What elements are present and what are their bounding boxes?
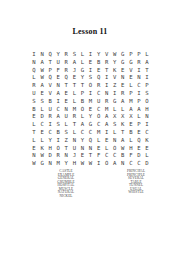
- grid-cell: K: [119, 121, 127, 129]
- grid-cell: E: [119, 67, 127, 75]
- grid-cell: L: [70, 98, 78, 106]
- word-list-right-column: PRINCIPALPRINCIPLESEVERALTABLETUNNELUSUA…: [116, 170, 156, 195]
- grid-cell: E: [143, 145, 151, 153]
- grid-cell: P: [135, 121, 143, 129]
- grid-cell: A: [78, 121, 86, 129]
- grid-cell: I: [143, 74, 151, 82]
- grid-cell: B: [78, 98, 86, 106]
- grid-cell: N: [70, 137, 78, 145]
- grid-cell: J: [70, 67, 78, 75]
- grid-cell: D: [135, 152, 143, 160]
- grid-cell: M: [86, 98, 94, 106]
- grid-cell: W: [38, 67, 46, 75]
- grid-cell: C: [95, 90, 103, 98]
- grid-cell: Y: [78, 74, 86, 82]
- grid-cell: L: [38, 106, 46, 114]
- grid-cell: E: [38, 129, 46, 137]
- grid-cell: T: [103, 67, 111, 75]
- grid-cell: S: [38, 98, 46, 106]
- grid-cell: E: [70, 74, 78, 82]
- grid-cell: O: [111, 145, 119, 153]
- grid-cell: D: [143, 160, 151, 168]
- grid-cell: A: [38, 59, 46, 67]
- grid-cell: M: [95, 129, 103, 137]
- grid-cell: T: [62, 82, 70, 90]
- grid-cell: U: [62, 113, 70, 121]
- grid-cell: A: [135, 106, 143, 114]
- grid-cell: C: [143, 129, 151, 137]
- word-list-item: NICKEL: [44, 195, 88, 199]
- grid-cell: E: [38, 90, 46, 98]
- grid-cell: R: [103, 59, 111, 67]
- grid-cell: I: [86, 51, 94, 59]
- grid-cell: Q: [95, 74, 103, 82]
- grid-cell: M: [103, 106, 111, 114]
- grid-cell: Y: [62, 160, 70, 168]
- grid-cell: P: [127, 90, 135, 98]
- grid-cell: W: [119, 145, 127, 153]
- grid-cell: L: [103, 145, 111, 153]
- grid-cell: U: [95, 98, 103, 106]
- grid-cell: G: [38, 160, 46, 168]
- grid-cell: R: [54, 152, 62, 160]
- grid-cell: E: [127, 74, 135, 82]
- grid-cell: V: [111, 74, 119, 82]
- grid-cell: F: [127, 152, 135, 160]
- grid-cell: I: [111, 90, 119, 98]
- grid-cell: I: [86, 67, 94, 75]
- grid-cell: E: [62, 90, 70, 98]
- grid-cell: C: [95, 106, 103, 114]
- grid-cell: H: [70, 160, 78, 168]
- grid-cell: H: [46, 145, 54, 153]
- grid-cell: B: [95, 59, 103, 67]
- grid-cell: L: [78, 51, 86, 59]
- grid-cell: C: [135, 82, 143, 90]
- grid-cell: L: [38, 137, 46, 145]
- grid-cell: A: [54, 90, 62, 98]
- grid-cell: N: [103, 90, 111, 98]
- grid-cell: A: [111, 160, 119, 168]
- grid-cell: O: [78, 106, 86, 114]
- grid-cell: Y: [86, 113, 94, 121]
- grid-cell: I: [46, 121, 54, 129]
- grid-cell: B: [127, 129, 135, 137]
- grid-cell: E: [135, 129, 143, 137]
- grid-cell: N: [30, 152, 38, 160]
- grid-cell: J: [70, 152, 78, 160]
- grid-cell: U: [54, 59, 62, 67]
- grid-cell: K: [111, 67, 119, 75]
- grid-cell: I: [54, 98, 62, 106]
- grid-cell: I: [135, 67, 143, 75]
- grid-cell: A: [143, 59, 151, 67]
- grid-cell: P: [46, 67, 54, 75]
- grid-cell: C: [103, 152, 111, 160]
- grid-cell: T: [78, 82, 86, 90]
- grid-cell: Z: [111, 82, 119, 90]
- grid-cell: V: [127, 67, 135, 75]
- grid-cell: T: [86, 152, 94, 160]
- grid-cell: E: [127, 121, 135, 129]
- grid-cell: S: [143, 90, 151, 98]
- grid-cell: N: [62, 106, 70, 114]
- grid-cell: N: [78, 145, 86, 153]
- grid-cell: C: [95, 121, 103, 129]
- grid-cell: E: [95, 67, 103, 75]
- grid-cell: S: [54, 121, 62, 129]
- grid-cell: G: [119, 59, 127, 67]
- grid-cell: R: [95, 82, 103, 90]
- grid-cell: I: [143, 121, 151, 129]
- grid-cell: A: [103, 113, 111, 121]
- grid-cell: R: [135, 59, 143, 67]
- grid-cell: C: [135, 160, 143, 168]
- grid-cell: G: [78, 67, 86, 75]
- grid-cell: W: [111, 51, 119, 59]
- grid-cell: L: [143, 51, 151, 59]
- grid-cell: U: [46, 106, 54, 114]
- grid-cell: T: [46, 59, 54, 67]
- grid-cell: Y: [54, 51, 62, 59]
- grid-cell: W: [38, 152, 46, 160]
- grid-cell: V: [46, 90, 54, 98]
- grid-cell: E: [86, 106, 94, 114]
- grid-cell: E: [30, 113, 38, 121]
- grid-cell: Y: [46, 137, 54, 145]
- grid-cell: L: [127, 137, 135, 145]
- grid-cell: I: [86, 90, 94, 98]
- grid-cell: U: [30, 90, 38, 98]
- page-title: Lesson 11: [0, 27, 180, 36]
- grid-cell: I: [135, 90, 143, 98]
- grid-cell: I: [54, 137, 62, 145]
- grid-cell: T: [143, 67, 151, 75]
- grid-cell: T: [119, 129, 127, 137]
- grid-cell: B: [119, 152, 127, 160]
- grid-cell: C: [86, 129, 94, 137]
- grid-cell: P: [127, 51, 135, 59]
- grid-cell: N: [38, 51, 46, 59]
- grid-cell: S: [111, 121, 119, 129]
- grid-cell: Q: [30, 67, 38, 75]
- grid-cell: W: [30, 160, 38, 168]
- grid-cell: Y: [95, 51, 103, 59]
- grid-cell: P: [143, 82, 151, 90]
- grid-cell: S: [62, 129, 70, 137]
- grid-cell: A: [103, 121, 111, 129]
- grid-cell: R: [30, 82, 38, 90]
- grid-cell: F: [95, 152, 103, 160]
- grid-cell: F: [54, 67, 62, 75]
- grid-cell: O: [54, 145, 62, 153]
- grid-cell: Y: [78, 137, 86, 145]
- grid-cell: O: [103, 160, 111, 168]
- grid-cell: Q: [62, 74, 70, 82]
- grid-cell: P: [78, 90, 86, 98]
- grid-cell: M: [54, 160, 62, 168]
- grid-cell: N: [46, 160, 54, 168]
- grid-cell: E: [30, 145, 38, 153]
- grid-cell: G: [127, 59, 135, 67]
- grid-cell: B: [46, 98, 54, 106]
- grid-cell: L: [30, 121, 38, 129]
- grid-cell: N: [119, 74, 127, 82]
- grid-cell: N: [86, 145, 94, 153]
- grid-cell: L: [62, 121, 70, 129]
- grid-cell: L: [95, 137, 103, 145]
- grid-cell: S: [86, 74, 94, 82]
- grid-cell: P: [135, 51, 143, 59]
- wordsearch-grid: INQYRSLIYVWGPPLNATURALEBRYGGRAQWPFRJGIET…: [30, 51, 151, 168]
- grid-cell: L: [70, 129, 78, 137]
- grid-cell: N: [135, 74, 143, 82]
- grid-cell: I: [30, 51, 38, 59]
- grid-cell: K: [143, 137, 151, 145]
- grid-cell: A: [119, 98, 127, 106]
- grid-cell: I: [103, 82, 111, 90]
- grid-cell: E: [62, 98, 70, 106]
- grid-cell: N: [54, 82, 62, 90]
- grid-cell: R: [46, 113, 54, 121]
- grid-cell: I: [103, 129, 111, 137]
- grid-cell: L: [30, 137, 38, 145]
- grid-cell: H: [143, 106, 151, 114]
- grid-cell: H: [127, 145, 135, 153]
- grid-cell: T: [30, 129, 38, 137]
- grid-cell: E: [135, 145, 143, 153]
- worksheet-page: Lesson 11 INQYRSLIYVWGPPLNATURALEBRYGGRA…: [0, 0, 180, 256]
- grid-cell: E: [86, 59, 94, 67]
- grid-cell: R: [62, 59, 70, 67]
- grid-cell: R: [70, 113, 78, 121]
- grid-cell: Q: [86, 137, 94, 145]
- grid-cell: N: [30, 59, 38, 67]
- grid-cell: N: [143, 113, 151, 121]
- grid-cell: L: [30, 74, 38, 82]
- grid-cell: E: [103, 137, 111, 145]
- grid-cell: T: [62, 145, 70, 153]
- grid-cell: E: [54, 74, 62, 82]
- grid-cell: Q: [46, 51, 54, 59]
- grid-cell: W: [38, 74, 46, 82]
- grid-cell: I: [95, 160, 103, 168]
- grid-cell: G: [119, 51, 127, 59]
- grid-cell: N: [111, 137, 119, 145]
- grid-cell: K: [38, 145, 46, 153]
- grid-cell: E: [95, 145, 103, 153]
- grid-cell: W: [78, 160, 86, 168]
- grid-cell: V: [103, 51, 111, 59]
- grid-cell: L: [70, 90, 78, 98]
- grid-cell: R: [103, 98, 111, 106]
- grid-cell: T: [70, 82, 78, 90]
- grid-cell: L: [111, 106, 119, 114]
- grid-cell: C: [54, 106, 62, 114]
- grid-cell: A: [70, 59, 78, 67]
- grid-cell: I: [103, 74, 111, 82]
- grid-cell: V: [46, 82, 54, 90]
- grid-cell: P: [135, 98, 143, 106]
- grid-cell: S: [30, 98, 38, 106]
- grid-cell: D: [38, 113, 46, 121]
- grid-cell: C: [78, 129, 86, 137]
- grid-cell: Y: [111, 59, 119, 67]
- grid-cell: O: [95, 113, 103, 121]
- grid-cell: L: [143, 152, 151, 160]
- grid-cell: L: [135, 113, 143, 121]
- grid-cell: W: [86, 160, 94, 168]
- grid-cell: Z: [62, 137, 70, 145]
- grid-cell: L: [119, 106, 127, 114]
- grid-cell: X: [111, 113, 119, 121]
- grid-cell: E: [119, 82, 127, 90]
- grid-cell: C: [46, 129, 54, 137]
- grid-cell: C: [127, 160, 135, 168]
- grid-cell: A: [38, 82, 46, 90]
- grid-cell: X: [119, 113, 127, 121]
- grid-cell: B: [30, 106, 38, 114]
- grid-cell: O: [143, 98, 151, 106]
- grid-cell: L: [78, 113, 86, 121]
- grid-cell: R: [62, 67, 70, 75]
- grid-cell: B: [54, 129, 62, 137]
- grid-cell: M: [70, 106, 78, 114]
- grid-cell: N: [62, 152, 70, 160]
- grid-cell: T: [70, 121, 78, 129]
- grid-cell: X: [127, 113, 135, 121]
- grid-cell: E: [78, 152, 86, 160]
- grid-cell: L: [78, 59, 86, 67]
- grid-cell: D: [46, 152, 54, 160]
- word-list-left-column: CASTLEEXAMPLEGENERALGRUMBLEHOSPITALMUSCL…: [44, 170, 88, 198]
- grid-cell: Q: [135, 137, 143, 145]
- grid-cell: A: [54, 113, 62, 121]
- grid-cell: L: [127, 82, 135, 90]
- grid-cell: L: [111, 129, 119, 137]
- grid-cell: G: [86, 121, 94, 129]
- grid-cell: C: [111, 152, 119, 160]
- grid-cell: G: [111, 98, 119, 106]
- grid-cell: A: [119, 137, 127, 145]
- grid-cell: U: [70, 145, 78, 153]
- grid-cell: R: [119, 90, 127, 98]
- grid-cell: A: [127, 106, 135, 114]
- grid-cell: S: [70, 51, 78, 59]
- word-list-item: WHISTLE: [116, 191, 156, 195]
- grid-cell: O: [86, 82, 94, 90]
- grid-cell: N: [119, 160, 127, 168]
- grid-cell: C: [38, 121, 46, 129]
- grid-cell: M: [127, 98, 135, 106]
- grid-cell: R: [62, 51, 70, 59]
- grid-cell: Q: [46, 74, 54, 82]
